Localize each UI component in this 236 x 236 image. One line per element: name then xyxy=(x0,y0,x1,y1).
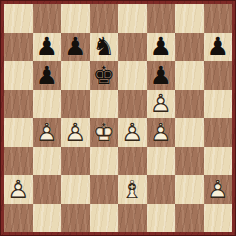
square-f4[interactable]: ♟♙ xyxy=(147,118,176,147)
white-king-piece[interactable]: ♚♔ xyxy=(90,118,118,146)
square-b5[interactable] xyxy=(33,90,62,119)
square-f6[interactable]: ♟ xyxy=(147,61,176,90)
square-b4[interactable]: ♟♙ xyxy=(33,118,62,147)
black-king-piece[interactable]: ♚ xyxy=(90,61,118,89)
chess-board: ♟♟♞♟♟♟♚♟♟♙♟♙♟♙♚♔♟♙♟♙♟♙♝♗♟♙ xyxy=(4,4,232,232)
white-pawn-piece[interactable]: ♟♙ xyxy=(33,118,61,146)
square-b2[interactable] xyxy=(33,175,62,204)
square-g8[interactable] xyxy=(175,4,204,33)
square-g4[interactable] xyxy=(175,118,204,147)
square-h1[interactable] xyxy=(204,204,233,233)
square-c8[interactable] xyxy=(61,4,90,33)
chess-board-frame: ♟♟♞♟♟♟♚♟♟♙♟♙♟♙♚♔♟♙♟♙♟♙♝♗♟♙ xyxy=(0,0,236,236)
square-d3[interactable] xyxy=(90,147,119,176)
black-pawn-piece[interactable]: ♟ xyxy=(147,33,175,61)
square-d1[interactable] xyxy=(90,204,119,233)
square-b3[interactable] xyxy=(33,147,62,176)
square-f7[interactable]: ♟ xyxy=(147,33,176,62)
black-pawn-piece[interactable]: ♟ xyxy=(147,61,175,89)
square-d8[interactable] xyxy=(90,4,119,33)
square-h2[interactable]: ♟♙ xyxy=(204,175,233,204)
square-h8[interactable] xyxy=(204,4,233,33)
white-pawn-piece[interactable]: ♟♙ xyxy=(61,118,89,146)
square-f8[interactable] xyxy=(147,4,176,33)
square-c2[interactable] xyxy=(61,175,90,204)
square-g5[interactable] xyxy=(175,90,204,119)
square-e5[interactable] xyxy=(118,90,147,119)
square-e1[interactable] xyxy=(118,204,147,233)
square-e7[interactable] xyxy=(118,33,147,62)
square-f2[interactable] xyxy=(147,175,176,204)
white-pawn-piece[interactable]: ♟♙ xyxy=(118,118,146,146)
square-a6[interactable] xyxy=(4,61,33,90)
square-e8[interactable] xyxy=(118,4,147,33)
square-a5[interactable] xyxy=(4,90,33,119)
square-b8[interactable] xyxy=(33,4,62,33)
square-a4[interactable] xyxy=(4,118,33,147)
square-a2[interactable]: ♟♙ xyxy=(4,175,33,204)
square-c1[interactable] xyxy=(61,204,90,233)
square-h4[interactable] xyxy=(204,118,233,147)
square-h6[interactable] xyxy=(204,61,233,90)
white-pawn-piece[interactable]: ♟♙ xyxy=(4,175,32,203)
square-d2[interactable] xyxy=(90,175,119,204)
black-pawn-piece[interactable]: ♟ xyxy=(33,61,61,89)
black-pawn-piece[interactable]: ♟ xyxy=(61,33,89,61)
square-c5[interactable] xyxy=(61,90,90,119)
black-pawn-piece[interactable]: ♟ xyxy=(204,33,232,61)
square-g6[interactable] xyxy=(175,61,204,90)
square-a1[interactable] xyxy=(4,204,33,233)
square-d4[interactable]: ♚♔ xyxy=(90,118,119,147)
square-a7[interactable] xyxy=(4,33,33,62)
square-c6[interactable] xyxy=(61,61,90,90)
black-pawn-piece[interactable]: ♟ xyxy=(33,33,61,61)
square-c7[interactable]: ♟ xyxy=(61,33,90,62)
white-pawn-piece[interactable]: ♟♙ xyxy=(204,175,232,203)
square-e6[interactable] xyxy=(118,61,147,90)
square-d5[interactable] xyxy=(90,90,119,119)
square-a3[interactable] xyxy=(4,147,33,176)
square-f5[interactable]: ♟♙ xyxy=(147,90,176,119)
square-h5[interactable] xyxy=(204,90,233,119)
square-b7[interactable]: ♟ xyxy=(33,33,62,62)
square-b1[interactable] xyxy=(33,204,62,233)
square-e2[interactable]: ♝♗ xyxy=(118,175,147,204)
square-g1[interactable] xyxy=(175,204,204,233)
square-h3[interactable] xyxy=(204,147,233,176)
square-g2[interactable] xyxy=(175,175,204,204)
square-f3[interactable] xyxy=(147,147,176,176)
square-d6[interactable]: ♚ xyxy=(90,61,119,90)
square-d7[interactable]: ♞ xyxy=(90,33,119,62)
white-pawn-piece[interactable]: ♟♙ xyxy=(147,90,175,118)
square-g7[interactable] xyxy=(175,33,204,62)
square-h7[interactable]: ♟ xyxy=(204,33,233,62)
square-e3[interactable] xyxy=(118,147,147,176)
black-knight-piece[interactable]: ♞ xyxy=(90,33,118,61)
white-bishop-piece[interactable]: ♝♗ xyxy=(118,175,146,203)
square-c4[interactable]: ♟♙ xyxy=(61,118,90,147)
square-f1[interactable] xyxy=(147,204,176,233)
square-c3[interactable] xyxy=(61,147,90,176)
white-pawn-piece[interactable]: ♟♙ xyxy=(147,118,175,146)
square-a8[interactable] xyxy=(4,4,33,33)
square-g3[interactable] xyxy=(175,147,204,176)
square-b6[interactable]: ♟ xyxy=(33,61,62,90)
square-e4[interactable]: ♟♙ xyxy=(118,118,147,147)
